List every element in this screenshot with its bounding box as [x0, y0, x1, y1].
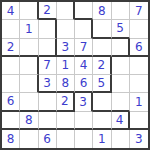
cell-r8c6[interactable]: 1	[93, 130, 111, 148]
cell-r4c3[interactable]: 7	[39, 57, 57, 75]
cell-r1c3[interactable]: 2	[39, 2, 57, 20]
cell-r1c2[interactable]	[20, 2, 38, 20]
cell-r1c8[interactable]: 7	[130, 2, 148, 20]
cell-r2c3[interactable]	[39, 20, 57, 38]
cell-r3c2[interactable]	[20, 39, 38, 57]
cell-r3c1[interactable]: 2	[2, 39, 20, 57]
cell-r1c1[interactable]: 4	[2, 2, 20, 20]
cell-r6c2[interactable]	[20, 93, 38, 111]
cell-r4c5[interactable]: 4	[75, 57, 93, 75]
cell-r8c2[interactable]	[20, 130, 38, 148]
cell-r1c4[interactable]	[57, 2, 75, 20]
cell-r6c6[interactable]	[93, 93, 111, 111]
cell-r6c8[interactable]: 1	[130, 93, 148, 111]
cell-r6c1[interactable]: 6	[2, 93, 20, 111]
cell-r4c2[interactable]	[20, 57, 38, 75]
cell-r2c4[interactable]	[57, 20, 75, 38]
cell-r1c7[interactable]	[112, 2, 130, 20]
cell-r4c7[interactable]	[112, 57, 130, 75]
cell-r4c4[interactable]: 1	[57, 57, 75, 75]
cell-r1c5[interactable]	[75, 2, 93, 20]
cell-r5c3[interactable]: 3	[39, 75, 57, 93]
cell-r7c1[interactable]	[2, 112, 20, 130]
cell-r5c7[interactable]	[112, 75, 130, 93]
cell-r6c5[interactable]: 3	[75, 93, 93, 111]
cell-r5c4[interactable]: 8	[57, 75, 75, 93]
cell-r5c5[interactable]: 6	[75, 75, 93, 93]
cell-r7c4[interactable]	[57, 112, 75, 130]
cell-r6c3[interactable]	[39, 93, 57, 111]
sudoku-board: 4287152376714238656231848613	[0, 0, 150, 150]
cell-r3c6[interactable]	[93, 39, 111, 57]
cell-r8c1[interactable]: 8	[2, 130, 20, 148]
cell-r8c3[interactable]: 6	[39, 130, 57, 148]
cell-r5c1[interactable]	[2, 75, 20, 93]
cell-r2c5[interactable]	[75, 20, 93, 38]
cell-r3c5[interactable]: 7	[75, 39, 93, 57]
cell-r4c8[interactable]	[130, 57, 148, 75]
cell-r3c3[interactable]	[39, 39, 57, 57]
cell-r3c8[interactable]: 6	[130, 39, 148, 57]
cell-r7c5[interactable]	[75, 112, 93, 130]
cell-r4c6[interactable]: 2	[93, 57, 111, 75]
cell-r7c2[interactable]: 8	[20, 112, 38, 130]
cell-r2c7[interactable]: 5	[112, 20, 130, 38]
cell-r3c7[interactable]	[112, 39, 130, 57]
cell-r7c7[interactable]: 4	[112, 112, 130, 130]
cell-r2c8[interactable]	[130, 20, 148, 38]
cell-r7c8[interactable]	[130, 112, 148, 130]
cell-r8c4[interactable]	[57, 130, 75, 148]
cell-r6c4[interactable]: 2	[57, 93, 75, 111]
cell-r8c7[interactable]	[112, 130, 130, 148]
cell-r7c3[interactable]	[39, 112, 57, 130]
cell-r3c4[interactable]: 3	[57, 39, 75, 57]
cell-r5c2[interactable]	[20, 75, 38, 93]
cell-r2c6[interactable]	[93, 20, 111, 38]
cell-r5c6[interactable]: 5	[93, 75, 111, 93]
cell-r4c1[interactable]	[2, 57, 20, 75]
cell-r8c5[interactable]	[75, 130, 93, 148]
cell-r2c2[interactable]: 1	[20, 20, 38, 38]
cell-r5c8[interactable]	[130, 75, 148, 93]
cell-r2c1[interactable]	[2, 20, 20, 38]
cell-r7c6[interactable]	[93, 112, 111, 130]
cell-r8c8[interactable]: 3	[130, 130, 148, 148]
cell-r1c6[interactable]: 8	[93, 2, 111, 20]
cell-r6c7[interactable]	[112, 93, 130, 111]
